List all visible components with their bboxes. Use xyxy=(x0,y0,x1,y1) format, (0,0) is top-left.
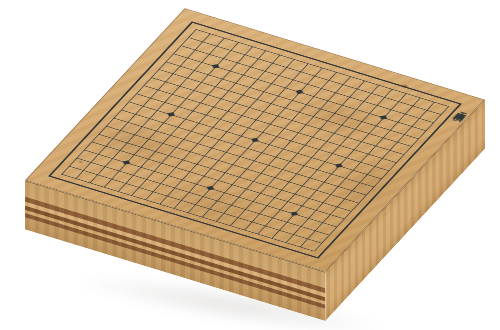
grid-line-horizontal xyxy=(106,126,359,204)
grid-line-horizontal xyxy=(91,142,344,220)
product-photo: 天森木棋 xyxy=(0,0,500,330)
grid-line-horizontal xyxy=(121,110,374,188)
star-point xyxy=(335,164,342,168)
star-point xyxy=(207,186,214,190)
grid-line-horizontal xyxy=(128,101,381,179)
star-point xyxy=(122,160,129,164)
star-point xyxy=(212,64,219,68)
go-board: 天森木棋 xyxy=(25,8,485,272)
grid-line-horizontal xyxy=(113,118,366,196)
star-point xyxy=(251,138,258,142)
grid-line-horizontal xyxy=(98,134,351,212)
star-point xyxy=(291,212,298,216)
